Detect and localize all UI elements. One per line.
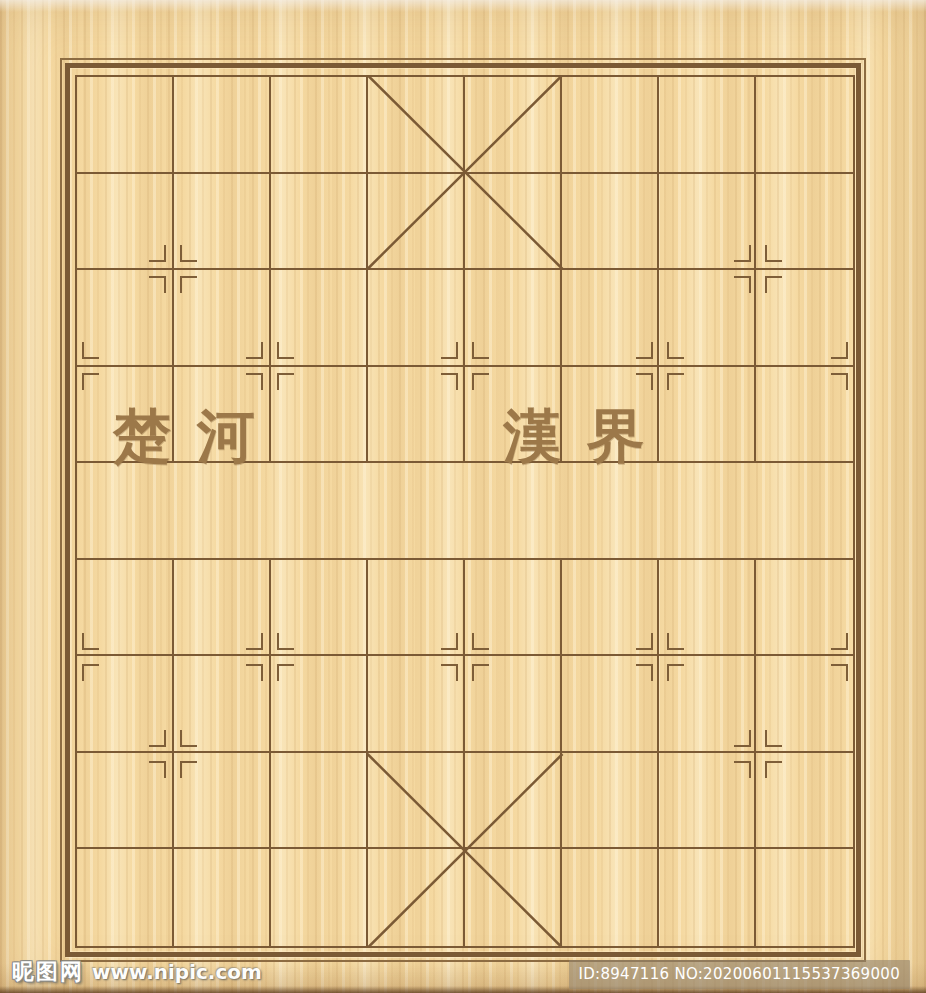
board-cell-c1-r7[interactable]	[174, 753, 271, 850]
board-cell-c3-r8[interactable]	[368, 849, 465, 946]
board-cell-c6-r8[interactable]	[659, 849, 756, 946]
board-cell-c7-r6[interactable]	[756, 656, 853, 753]
board-cell-c6-r7[interactable]	[659, 753, 756, 850]
board-cell-c0-r1[interactable]	[77, 174, 174, 271]
board-cell-c7-r0[interactable]	[756, 77, 853, 174]
board-cell-c7-r5[interactable]	[756, 560, 853, 657]
watermark-site: 昵图网 www.nipic.com	[12, 957, 262, 987]
board-cell-c5-r5[interactable]	[562, 560, 659, 657]
watermark-id-badge: ID:8947116 NO:20200601115537369000	[569, 960, 911, 989]
board-cell-c0-r0[interactable]	[77, 77, 174, 174]
board-cell-c5-r3[interactable]	[562, 367, 659, 464]
board-cell-c3-r7[interactable]	[368, 753, 465, 850]
board-cell-c6-r2[interactable]	[659, 270, 756, 367]
board-cell-c7-r1[interactable]	[756, 174, 853, 271]
board-cell-c6-r3[interactable]	[659, 367, 756, 464]
board-cell-c0-r4[interactable]	[77, 463, 174, 560]
board-cell-c3-r5[interactable]	[368, 560, 465, 657]
board-cell-c0-r6[interactable]	[77, 656, 174, 753]
watermark-url-text: www.nipic.com	[92, 960, 262, 984]
board-cell-c3-r4[interactable]	[368, 463, 465, 560]
board-cell-c4-r1[interactable]	[465, 174, 562, 271]
board-cell-c6-r1[interactable]	[659, 174, 756, 271]
board-cell-c4-r5[interactable]	[465, 560, 562, 657]
board-cell-c1-r1[interactable]	[174, 174, 271, 271]
board-cell-c3-r1[interactable]	[368, 174, 465, 271]
board-cell-c5-r7[interactable]	[562, 753, 659, 850]
board-cell-c0-r2[interactable]	[77, 270, 174, 367]
board-cell-c4-r0[interactable]	[465, 77, 562, 174]
board-cell-c3-r0[interactable]	[368, 77, 465, 174]
board-cell-c1-r5[interactable]	[174, 560, 271, 657]
board-cell-c7-r2[interactable]	[756, 270, 853, 367]
board-cell-c0-r3[interactable]	[77, 367, 174, 464]
board-cell-c0-r8[interactable]	[77, 849, 174, 946]
board-cell-c1-r0[interactable]	[174, 77, 271, 174]
board-cell-c5-r2[interactable]	[562, 270, 659, 367]
board-cell-c4-r4[interactable]	[465, 463, 562, 560]
board-cell-c6-r0[interactable]	[659, 77, 756, 174]
board-cell-c7-r7[interactable]	[756, 753, 853, 850]
board-cell-c5-r0[interactable]	[562, 77, 659, 174]
board-cell-c2-r4[interactable]	[271, 463, 368, 560]
top-highlight	[0, 0, 926, 12]
board-cell-c6-r4[interactable]	[659, 463, 756, 560]
board-cell-c4-r7[interactable]	[465, 753, 562, 850]
board-cell-c2-r8[interactable]	[271, 849, 368, 946]
board-cell-c2-r0[interactable]	[271, 77, 368, 174]
board-cell-c3-r2[interactable]	[368, 270, 465, 367]
xiangqi-board-image: 楚河 漢界 昵图网 www.nipic.com ID:8947116 NO:20…	[0, 0, 926, 993]
board-cell-c1-r6[interactable]	[174, 656, 271, 753]
board-cell-c5-r8[interactable]	[562, 849, 659, 946]
board-cell-c2-r7[interactable]	[271, 753, 368, 850]
board-cell-c7-r4[interactable]	[756, 463, 853, 560]
watermark-logo-text: 昵图网	[12, 957, 84, 987]
board-cell-c1-r8[interactable]	[174, 849, 271, 946]
board-cell-c1-r2[interactable]	[174, 270, 271, 367]
board-cell-c2-r2[interactable]	[271, 270, 368, 367]
board-cell-c0-r7[interactable]	[77, 753, 174, 850]
board-cell-c7-r8[interactable]	[756, 849, 853, 946]
xiangqi-board	[75, 75, 855, 948]
board-cell-c5-r6[interactable]	[562, 656, 659, 753]
board-cell-c2-r1[interactable]	[271, 174, 368, 271]
board-cell-c4-r3[interactable]	[465, 367, 562, 464]
board-cell-c2-r5[interactable]	[271, 560, 368, 657]
board-cell-c2-r3[interactable]	[271, 367, 368, 464]
board-cell-c4-r8[interactable]	[465, 849, 562, 946]
board-cell-c5-r4[interactable]	[562, 463, 659, 560]
board-cell-c6-r5[interactable]	[659, 560, 756, 657]
board-cell-c4-r6[interactable]	[465, 656, 562, 753]
board-cell-c1-r3[interactable]	[174, 367, 271, 464]
board-cell-c3-r6[interactable]	[368, 656, 465, 753]
board-cell-c3-r3[interactable]	[368, 367, 465, 464]
board-cell-c4-r2[interactable]	[465, 270, 562, 367]
board-cell-c7-r3[interactable]	[756, 367, 853, 464]
board-cell-c2-r6[interactable]	[271, 656, 368, 753]
board-cell-c0-r5[interactable]	[77, 560, 174, 657]
board-cell-c6-r6[interactable]	[659, 656, 756, 753]
board-cell-c5-r1[interactable]	[562, 174, 659, 271]
board-cell-c1-r4[interactable]	[174, 463, 271, 560]
